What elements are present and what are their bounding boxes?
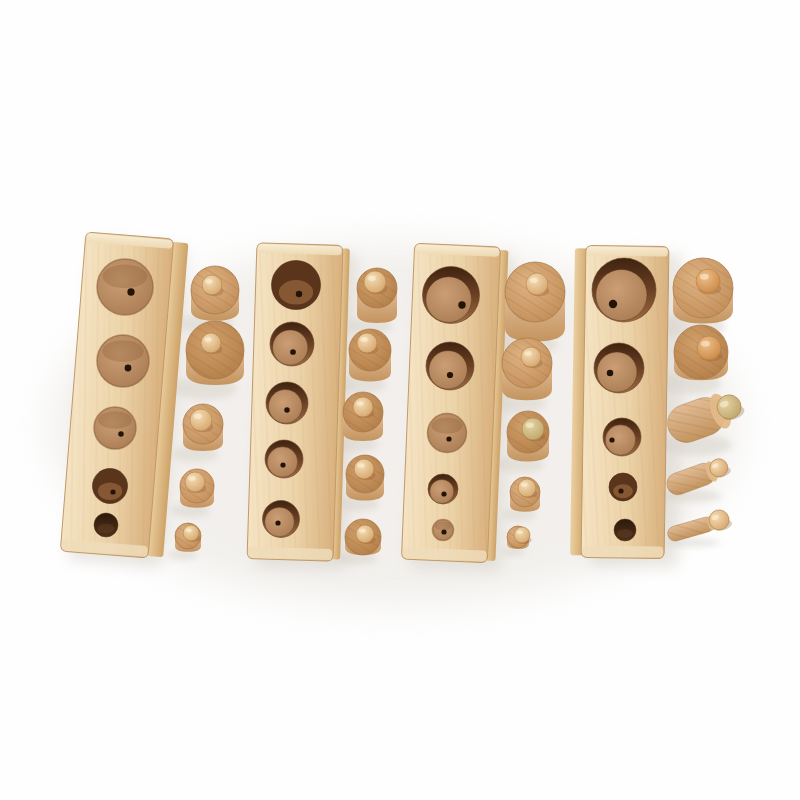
- socket-center-hole: [127, 288, 134, 295]
- cyl-1-2: [186, 321, 244, 385]
- montessori-cylinder-blocks-photo: [0, 0, 800, 800]
- socket-block-4-2: [594, 343, 644, 393]
- socket-bottom-disc: [98, 483, 123, 501]
- cylinder-knob: [201, 333, 221, 353]
- cyl-3-4: [510, 477, 540, 512]
- socket-block-1-5: [94, 513, 118, 537]
- socket-block-2-2: [270, 322, 314, 366]
- socket-bottom-disc: [267, 447, 297, 477]
- knob-highlight: [188, 476, 196, 481]
- cyl-3-1: [505, 262, 565, 342]
- cyl-2-3: [343, 392, 383, 441]
- cylinder-shadow: [501, 548, 526, 557]
- cyl-2-5: [345, 519, 381, 555]
- socket-center-hole: [618, 488, 623, 493]
- cylinder-knob: [356, 525, 374, 543]
- cyl-4-2: [674, 325, 728, 380]
- knob-highlight: [360, 337, 368, 342]
- cyl-1-5: [175, 523, 201, 552]
- cylinder-knob: [514, 527, 530, 543]
- socket-bottom-disc: [430, 479, 454, 503]
- socket-block-4-5: [614, 519, 636, 541]
- socket-block-2-1: [272, 261, 321, 310]
- socket-block-3-1: [423, 267, 480, 324]
- cyl-2-4: [346, 455, 384, 501]
- cyl-4-1: [673, 258, 733, 324]
- cylinder-knob: [185, 472, 205, 492]
- block-bottom-edge: [582, 545, 663, 557]
- socket-block-3-4: [428, 474, 458, 504]
- socket-rim-shade: [98, 411, 132, 429]
- socket-center-hole: [284, 407, 289, 412]
- cyl-1-1: [191, 266, 239, 321]
- socket-center-hole: [125, 365, 132, 372]
- socket-center-hole: [441, 529, 446, 534]
- product-photo-stage: [0, 0, 800, 800]
- socket-bottom-disc: [426, 277, 472, 323]
- cyl-3-2: [502, 338, 552, 400]
- socket-center-hole: [609, 300, 617, 308]
- knob-highlight: [356, 401, 364, 406]
- socket-block-2-3: [266, 382, 308, 424]
- socket-bottom-disc: [596, 270, 647, 321]
- socket-block-1-2: [97, 335, 149, 387]
- socket-center-hole: [290, 349, 296, 355]
- cylinder-knob: [521, 347, 541, 367]
- socket-bottom-disc: [273, 330, 308, 365]
- socket-center-hole: [280, 462, 285, 467]
- cylinder-knob: [353, 397, 373, 417]
- socket-block-4-3: [603, 418, 641, 456]
- knob-highlight: [700, 274, 709, 280]
- knob-highlight: [701, 341, 710, 347]
- knob-highlight: [205, 279, 213, 284]
- socket-block-3-5: [433, 520, 454, 541]
- socket-rim-shade: [431, 417, 462, 433]
- cyl-3-5: [507, 526, 532, 549]
- socket-block-1-4: [93, 469, 128, 504]
- socket-block-4-1: [592, 258, 656, 322]
- knob-highlight: [368, 275, 376, 281]
- socket-center-hole: [110, 489, 115, 494]
- socket-block-4-4: [609, 473, 637, 501]
- cylinder-knob: [357, 333, 377, 353]
- socket-rim-shade: [102, 340, 144, 362]
- socket-block-3-2: [426, 342, 474, 390]
- knob-highlight: [204, 337, 212, 342]
- socket-bottom-shade: [617, 529, 633, 538]
- knob-highlight: [194, 413, 202, 419]
- cylinder-knob: [518, 479, 536, 497]
- socket-center-hole: [275, 520, 280, 525]
- cylinder-knob: [202, 275, 222, 295]
- knob-highlight: [524, 351, 532, 356]
- socket-center-hole: [446, 436, 451, 441]
- cylinder-knob: [364, 271, 386, 293]
- knob-highlight: [526, 422, 534, 428]
- cylinder-knob: [183, 525, 199, 541]
- socket-center-hole: [447, 372, 453, 378]
- socket-block-1-3: [94, 407, 136, 449]
- cyl-2-2: [349, 329, 391, 381]
- block-top-edge: [587, 246, 668, 256]
- socket-rim-shade: [435, 522, 452, 531]
- socket-center-hole: [296, 291, 302, 297]
- knob-highlight: [517, 530, 523, 534]
- knob-highlight: [357, 463, 365, 468]
- socket-block-1-1: [97, 259, 153, 315]
- cyl-1-3: [183, 404, 223, 451]
- socket-center-hole: [458, 301, 465, 308]
- socket-rim-shade: [103, 265, 148, 289]
- cyl-2-1: [357, 268, 397, 323]
- socket-bottom-shade: [97, 524, 114, 534]
- cyl-1-4: [180, 469, 214, 508]
- cylinder-knob: [522, 418, 544, 440]
- cylinder-knob: [526, 273, 548, 295]
- knob-highlight: [521, 483, 528, 488]
- cylinder-knob: [354, 459, 374, 479]
- cyl-3-3: [507, 411, 549, 461]
- socket-center-hole: [118, 431, 123, 436]
- socket-block-2-4: [265, 440, 303, 478]
- socket-bottom-disc: [279, 280, 313, 305]
- cylinder-knob: [697, 336, 721, 360]
- socket-center-hole: [441, 491, 446, 496]
- cylinder-knob: [190, 409, 212, 431]
- cylinder-knob: [696, 269, 720, 293]
- knob-highlight: [359, 529, 366, 534]
- socket-center-hole: [609, 437, 614, 442]
- knob-highlight: [186, 528, 192, 532]
- cylinder-shadow: [660, 490, 722, 502]
- socket-block-3-3: [428, 414, 467, 453]
- socket-bottom-disc: [429, 351, 467, 389]
- socket-center-hole: [607, 370, 614, 377]
- socket-bottom-disc: [597, 352, 637, 392]
- socket-block-2-5: [263, 501, 300, 538]
- knob-highlight: [530, 277, 538, 283]
- socket-bottom-disc: [269, 390, 303, 424]
